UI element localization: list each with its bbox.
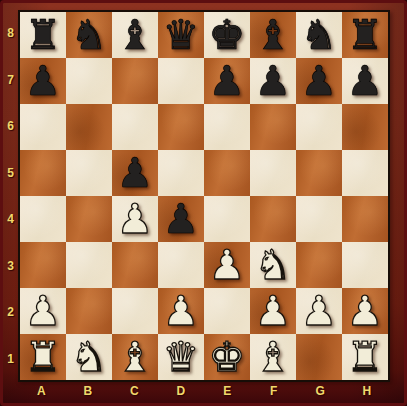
square-a7[interactable]: ♟ <box>20 58 66 104</box>
square-f2[interactable]: ♟ <box>250 288 296 334</box>
black-knight-b8[interactable]: ♞ <box>66 12 112 58</box>
rank-label-2: 2 <box>3 289 18 336</box>
square-g1[interactable] <box>296 334 342 380</box>
white-pawn-c4[interactable]: ♟ <box>112 196 158 242</box>
black-bishop-f8[interactable]: ♝ <box>250 12 296 58</box>
square-d3[interactable] <box>158 242 204 288</box>
file-label-c: C <box>111 383 158 399</box>
square-g8[interactable]: ♞ <box>296 12 342 58</box>
white-pawn-f2[interactable]: ♟ <box>250 288 296 334</box>
square-h3[interactable] <box>342 242 388 288</box>
file-label-b: B <box>65 383 112 399</box>
black-pawn-a7[interactable]: ♟ <box>20 58 66 104</box>
white-king-e1[interactable]: ♚ <box>204 334 250 380</box>
square-c3[interactable] <box>112 242 158 288</box>
square-e6[interactable] <box>204 104 250 150</box>
square-h1[interactable]: ♜ <box>342 334 388 380</box>
white-pawn-d2[interactable]: ♟ <box>158 288 204 334</box>
rank-label-6: 6 <box>3 103 18 150</box>
square-b4[interactable] <box>66 196 112 242</box>
black-rook-h8[interactable]: ♜ <box>342 12 388 58</box>
black-pawn-d4[interactable]: ♟ <box>158 196 204 242</box>
square-g7[interactable]: ♟ <box>296 58 342 104</box>
square-a6[interactable] <box>20 104 66 150</box>
square-c5[interactable]: ♟ <box>112 150 158 196</box>
white-rook-h1[interactable]: ♜ <box>342 334 388 380</box>
rank-labels: 87654321 <box>3 10 18 382</box>
square-g6[interactable] <box>296 104 342 150</box>
black-pawn-f7[interactable]: ♟ <box>250 58 296 104</box>
black-pawn-h7[interactable]: ♟ <box>342 58 388 104</box>
square-c4[interactable]: ♟ <box>112 196 158 242</box>
rank-label-8: 8 <box>3 10 18 57</box>
white-pawn-g2[interactable]: ♟ <box>296 288 342 334</box>
square-b7[interactable] <box>66 58 112 104</box>
rank-label-7: 7 <box>3 57 18 104</box>
file-label-d: D <box>158 383 205 399</box>
square-c1[interactable]: ♝ <box>112 334 158 380</box>
square-h6[interactable] <box>342 104 388 150</box>
square-c8[interactable]: ♝ <box>112 12 158 58</box>
square-b1[interactable]: ♞ <box>66 334 112 380</box>
square-h8[interactable]: ♜ <box>342 12 388 58</box>
square-e2[interactable] <box>204 288 250 334</box>
rank-label-4: 4 <box>3 196 18 243</box>
rank-label-3: 3 <box>3 243 18 290</box>
square-a5[interactable] <box>20 150 66 196</box>
square-a1[interactable]: ♜ <box>20 334 66 380</box>
black-rook-a8[interactable]: ♜ <box>20 12 66 58</box>
file-label-h: H <box>344 383 391 399</box>
white-bishop-f1[interactable]: ♝ <box>250 334 296 380</box>
square-e8[interactable]: ♚ <box>204 12 250 58</box>
square-a8[interactable]: ♜ <box>20 12 66 58</box>
rank-label-1: 1 <box>3 336 18 383</box>
square-f6[interactable] <box>250 104 296 150</box>
board: ♜♞♝♛♚♝♞♜♟♟♟♟♟♟♟♟♟♞♟♟♟♟♟♜♞♝♛♚♝♜ <box>18 10 390 382</box>
square-h4[interactable] <box>342 196 388 242</box>
square-c2[interactable] <box>112 288 158 334</box>
square-c7[interactable] <box>112 58 158 104</box>
square-g3[interactable] <box>296 242 342 288</box>
square-f8[interactable]: ♝ <box>250 12 296 58</box>
chess-board-frame: 87654321 ♜♞♝♛♚♝♞♜♟♟♟♟♟♟♟♟♟♞♟♟♟♟♟♜♞♝♛♚♝♜ … <box>0 0 407 406</box>
black-pawn-g7[interactable]: ♟ <box>296 58 342 104</box>
square-d7[interactable] <box>158 58 204 104</box>
white-pawn-a2[interactable]: ♟ <box>20 288 66 334</box>
file-label-e: E <box>204 383 251 399</box>
black-knight-g8[interactable]: ♞ <box>296 12 342 58</box>
square-e4[interactable] <box>204 196 250 242</box>
square-d1[interactable]: ♛ <box>158 334 204 380</box>
square-d4[interactable]: ♟ <box>158 196 204 242</box>
square-d8[interactable]: ♛ <box>158 12 204 58</box>
square-b6[interactable] <box>66 104 112 150</box>
white-knight-b1[interactable]: ♞ <box>66 334 112 380</box>
white-queen-d1[interactable]: ♛ <box>158 334 204 380</box>
square-g2[interactable]: ♟ <box>296 288 342 334</box>
square-d6[interactable] <box>158 104 204 150</box>
square-b2[interactable] <box>66 288 112 334</box>
square-g4[interactable] <box>296 196 342 242</box>
black-pawn-c5[interactable]: ♟ <box>112 150 158 196</box>
square-b8[interactable]: ♞ <box>66 12 112 58</box>
square-f7[interactable]: ♟ <box>250 58 296 104</box>
square-h2[interactable]: ♟ <box>342 288 388 334</box>
square-g5[interactable] <box>296 150 342 196</box>
square-e3[interactable]: ♟ <box>204 242 250 288</box>
square-e7[interactable]: ♟ <box>204 58 250 104</box>
square-b5[interactable] <box>66 150 112 196</box>
square-d5[interactable] <box>158 150 204 196</box>
square-e1[interactable]: ♚ <box>204 334 250 380</box>
rank-label-5: 5 <box>3 150 18 197</box>
file-label-a: A <box>18 383 65 399</box>
square-d2[interactable]: ♟ <box>158 288 204 334</box>
square-c6[interactable] <box>112 104 158 150</box>
white-rook-a1[interactable]: ♜ <box>20 334 66 380</box>
square-f4[interactable] <box>250 196 296 242</box>
file-label-f: F <box>251 383 298 399</box>
file-labels: ABCDEFGH <box>18 383 390 399</box>
square-a4[interactable] <box>20 196 66 242</box>
square-f5[interactable] <box>250 150 296 196</box>
square-f1[interactable]: ♝ <box>250 334 296 380</box>
square-h7[interactable]: ♟ <box>342 58 388 104</box>
white-pawn-h2[interactable]: ♟ <box>342 288 388 334</box>
white-knight-f3[interactable]: ♞ <box>250 242 296 288</box>
white-bishop-c1[interactable]: ♝ <box>112 334 158 380</box>
square-h5[interactable] <box>342 150 388 196</box>
file-label-g: G <box>297 383 344 399</box>
black-queen-d8[interactable]: ♛ <box>158 12 204 58</box>
square-a3[interactable] <box>20 242 66 288</box>
black-bishop-c8[interactable]: ♝ <box>112 12 158 58</box>
white-pawn-e3[interactable]: ♟ <box>204 242 250 288</box>
black-king-e8[interactable]: ♚ <box>204 12 250 58</box>
square-e5[interactable] <box>204 150 250 196</box>
square-f3[interactable]: ♞ <box>250 242 296 288</box>
square-b3[interactable] <box>66 242 112 288</box>
square-a2[interactable]: ♟ <box>20 288 66 334</box>
black-pawn-e7[interactable]: ♟ <box>204 58 250 104</box>
